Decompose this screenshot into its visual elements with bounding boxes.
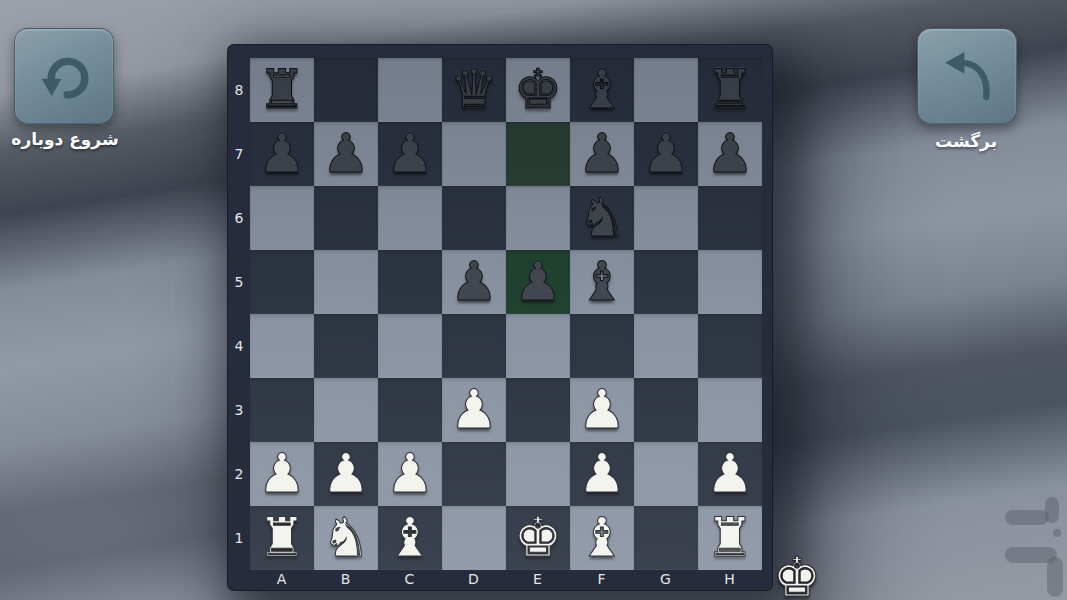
piece-black-pawn[interactable]: ♟: [258, 122, 306, 186]
piece-white-pawn[interactable]: ♟: [450, 378, 498, 442]
square-g7[interactable]: ♟: [634, 122, 698, 186]
square-e4[interactable]: [506, 314, 570, 378]
rank-label-7: 7: [228, 122, 250, 186]
square-f6[interactable]: ♞: [570, 186, 634, 250]
rank-label-2: 2: [228, 442, 250, 506]
off-board-white-king: ♚: [769, 546, 825, 600]
file-label-F: F: [570, 568, 634, 590]
piece-white-pawn[interactable]: ♟: [386, 442, 434, 506]
square-b7[interactable]: ♟: [314, 122, 378, 186]
piece-black-bishop[interactable]: ♝: [578, 58, 626, 122]
square-c2[interactable]: ♟: [378, 442, 442, 506]
piece-white-pawn[interactable]: ♟: [706, 442, 754, 506]
file-label-G: G: [634, 568, 698, 590]
piece-white-pawn[interactable]: ♟: [578, 442, 626, 506]
square-f8[interactable]: ♝: [570, 58, 634, 122]
square-g5[interactable]: [634, 250, 698, 314]
piece-black-pawn[interactable]: ♟: [514, 250, 562, 314]
back-button[interactable]: [917, 28, 1017, 124]
file-label-E: E: [506, 568, 570, 590]
piece-black-pawn[interactable]: ♟: [322, 122, 370, 186]
square-e3[interactable]: [506, 378, 570, 442]
piece-white-bishop[interactable]: ♝: [386, 506, 434, 570]
square-h1[interactable]: ♜: [698, 506, 762, 570]
piece-white-bishop[interactable]: ♝: [578, 506, 626, 570]
square-b3[interactable]: [314, 378, 378, 442]
square-c6[interactable]: [378, 186, 442, 250]
rank-label-8: 8: [228, 58, 250, 122]
game-screen: { "game": "chess", "position": { "fen": …: [0, 0, 1067, 600]
square-d4[interactable]: [442, 314, 506, 378]
square-c5[interactable]: [378, 250, 442, 314]
file-label-B: B: [314, 568, 378, 590]
square-g2[interactable]: [634, 442, 698, 506]
square-b6[interactable]: [314, 186, 378, 250]
piece-white-rook[interactable]: ♜: [258, 506, 306, 570]
piece-black-pawn[interactable]: ♟: [578, 122, 626, 186]
square-f3[interactable]: ♟: [570, 378, 634, 442]
square-d1[interactable]: [442, 506, 506, 570]
back-button-label: برگشت: [901, 131, 1031, 151]
square-d6[interactable]: [442, 186, 506, 250]
piece-white-king[interactable]: ♚: [514, 506, 562, 570]
file-label-C: C: [378, 568, 442, 590]
square-g4[interactable]: [634, 314, 698, 378]
square-e2[interactable]: [506, 442, 570, 506]
square-h6[interactable]: [698, 186, 762, 250]
square-d3[interactable]: ♟: [442, 378, 506, 442]
square-e5[interactable]: ♟: [506, 250, 570, 314]
square-b4[interactable]: [314, 314, 378, 378]
rank-label-4: 4: [228, 314, 250, 378]
piece-black-pawn[interactable]: ♟: [706, 122, 754, 186]
piece-white-pawn[interactable]: ♟: [578, 378, 626, 442]
square-c7[interactable]: ♟: [378, 122, 442, 186]
square-d5[interactable]: ♟: [442, 250, 506, 314]
piece-white-knight[interactable]: ♞: [322, 506, 370, 570]
square-f2[interactable]: ♟: [570, 442, 634, 506]
square-c3[interactable]: [378, 378, 442, 442]
rank-labels: 87654321: [228, 58, 250, 570]
file-label-A: A: [250, 568, 314, 590]
square-a1[interactable]: ♜: [250, 506, 314, 570]
square-g1[interactable]: [634, 506, 698, 570]
square-b2[interactable]: ♟: [314, 442, 378, 506]
piece-white-rook[interactable]: ♜: [706, 506, 754, 570]
restart-button-label: شروع دوباره: [0, 129, 130, 149]
square-g6[interactable]: [634, 186, 698, 250]
square-a2[interactable]: ♟: [250, 442, 314, 506]
piece-black-pawn[interactable]: ♟: [450, 250, 498, 314]
square-b8[interactable]: [314, 58, 378, 122]
file-label-H: H: [698, 568, 762, 590]
square-d2[interactable]: [442, 442, 506, 506]
piece-black-bishop[interactable]: ♝: [578, 250, 626, 314]
square-e1[interactable]: ♚: [506, 506, 570, 570]
piece-black-pawn[interactable]: ♟: [642, 122, 690, 186]
rank-label-6: 6: [228, 186, 250, 250]
square-c4[interactable]: [378, 314, 442, 378]
square-h7[interactable]: ♟: [698, 122, 762, 186]
square-g8[interactable]: [634, 58, 698, 122]
square-a8[interactable]: ♜: [250, 58, 314, 122]
board-grid: ♜♛♚♝♜♟♟♟♟♟♟♞♟♟♝♟♟♟♟♟♟♟♜♞♝♚♝♜: [250, 58, 762, 570]
watermark: [937, 485, 1067, 600]
piece-black-king[interactable]: ♚: [514, 58, 562, 122]
square-f7[interactable]: ♟: [570, 122, 634, 186]
square-a5[interactable]: [250, 250, 314, 314]
square-c8[interactable]: [378, 58, 442, 122]
back-arrow-icon: [935, 43, 999, 110]
square-a4[interactable]: [250, 314, 314, 378]
file-label-D: D: [442, 568, 506, 590]
rank-label-1: 1: [228, 506, 250, 570]
piece-black-queen[interactable]: ♛: [450, 58, 498, 122]
piece-black-pawn[interactable]: ♟: [386, 122, 434, 186]
rank-label-5: 5: [228, 250, 250, 314]
square-b5[interactable]: [314, 250, 378, 314]
square-a6[interactable]: [250, 186, 314, 250]
square-d8[interactable]: ♛: [442, 58, 506, 122]
square-h5[interactable]: [698, 250, 762, 314]
square-f1[interactable]: ♝: [570, 506, 634, 570]
square-e7[interactable]: [506, 122, 570, 186]
square-f4[interactable]: [570, 314, 634, 378]
file-labels: ABCDEFGH: [250, 568, 762, 590]
square-h2[interactable]: ♟: [698, 442, 762, 506]
square-g3[interactable]: [634, 378, 698, 442]
piece-black-knight[interactable]: ♞: [578, 186, 626, 250]
piece-black-rook[interactable]: ♜: [706, 58, 754, 122]
square-d7[interactable]: [442, 122, 506, 186]
restart-button[interactable]: [14, 28, 114, 124]
square-b1[interactable]: ♞: [314, 506, 378, 570]
square-e8[interactable]: ♚: [506, 58, 570, 122]
piece-white-pawn[interactable]: ♟: [258, 442, 306, 506]
piece-white-pawn[interactable]: ♟: [322, 442, 370, 506]
chess-board: 87654321 ♜♛♚♝♜♟♟♟♟♟♟♞♟♟♝♟♟♟♟♟♟♟♜♞♝♚♝♜ AB…: [228, 45, 772, 590]
square-h8[interactable]: ♜: [698, 58, 762, 122]
restart-icon: [33, 44, 95, 109]
square-c1[interactable]: ♝: [378, 506, 442, 570]
square-h3[interactable]: [698, 378, 762, 442]
square-h4[interactable]: [698, 314, 762, 378]
square-e6[interactable]: [506, 186, 570, 250]
piece-black-rook[interactable]: ♜: [258, 58, 306, 122]
white-king-icon: ♚: [773, 546, 821, 600]
square-f5[interactable]: ♝: [570, 250, 634, 314]
square-a7[interactable]: ♟: [250, 122, 314, 186]
rank-label-3: 3: [228, 378, 250, 442]
square-a3[interactable]: [250, 378, 314, 442]
